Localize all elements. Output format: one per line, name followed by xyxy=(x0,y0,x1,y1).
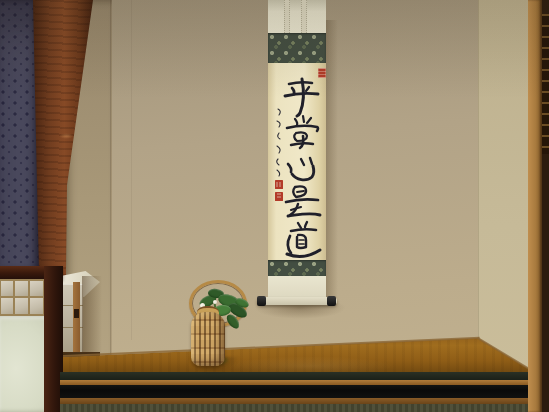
shoji-pane xyxy=(1,298,13,314)
shoji-pane xyxy=(30,298,43,314)
scroll-shadow xyxy=(326,20,338,302)
signature-column xyxy=(272,106,286,210)
scroll-bottom-mount xyxy=(268,276,326,298)
shoji-pane xyxy=(15,298,28,314)
tokonoma-alcove-photo: 平常心是道 xyxy=(0,0,549,412)
shoji-pane xyxy=(1,281,13,296)
niche-wood-frame xyxy=(73,282,80,354)
wall-corner-seam-right xyxy=(478,0,479,340)
wall-corner-seam-left xyxy=(110,0,111,356)
niche-handle-slot xyxy=(74,309,79,318)
scroll-brocade-upper xyxy=(268,33,326,63)
flower-basket xyxy=(191,312,225,366)
door-slats xyxy=(542,14,549,154)
niche-shadow xyxy=(82,276,102,356)
white-blossom xyxy=(213,300,217,304)
right-wood-post xyxy=(528,0,542,412)
wall-faint-seam xyxy=(131,0,132,340)
shoji-screen xyxy=(0,279,44,316)
roller-knob-right xyxy=(327,296,336,306)
scroll-roller-rod xyxy=(257,297,337,305)
lacquered-kamachi-edge xyxy=(60,385,549,398)
shoji-pane xyxy=(30,281,43,296)
futai-strip xyxy=(301,0,307,33)
scroll-top-mount xyxy=(268,0,326,33)
scroll-brocade-lower xyxy=(268,260,326,276)
floor-front-band xyxy=(60,372,549,380)
roller-knob-left xyxy=(257,296,266,306)
tatami-edge xyxy=(60,404,549,412)
shoji-pane xyxy=(15,281,28,296)
red-seals-signature xyxy=(275,180,283,201)
futai-strip xyxy=(284,0,290,33)
